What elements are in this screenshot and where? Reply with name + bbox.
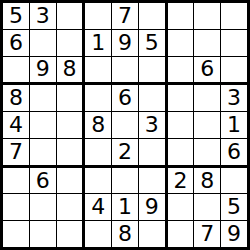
cell-r6c8[interactable] [194,139,220,165]
cell-r1c8[interactable] [194,3,220,29]
cell-r2c5[interactable]: 9 [112,30,138,56]
cell-r3c8[interactable]: 6 [194,57,220,83]
cell-r7c1[interactable] [3,168,29,194]
cell-r8c7[interactable] [168,194,194,220]
cell-r5c3[interactable] [57,112,83,138]
cell-r9c9[interactable]: 9 [221,221,247,247]
cell-r6c9[interactable]: 6 [221,139,247,165]
cell-r7c5[interactable] [112,168,138,194]
cell-r2c6[interactable]: 5 [139,30,165,56]
cell-r7c8[interactable]: 8 [194,168,220,194]
box-r1c2: 7195 [85,3,164,82]
cell-r1c1[interactable]: 5 [3,3,29,29]
cell-r8c6[interactable]: 9 [139,194,165,220]
box-r2c2: 6832 [85,85,164,164]
cell-r9c6[interactable] [139,221,165,247]
cell-r1c3[interactable] [57,3,83,29]
cell-r7c7[interactable]: 2 [168,168,194,194]
box-r3c3: 28579 [168,168,247,247]
cell-r2c2[interactable] [30,30,56,56]
cell-r6c6[interactable] [139,139,165,165]
cell-r8c9[interactable]: 5 [221,194,247,220]
cell-r1c6[interactable] [139,3,165,29]
cell-r9c4[interactable] [85,221,111,247]
cell-r8c4[interactable]: 4 [85,194,111,220]
cell-r3c7[interactable] [168,57,194,83]
cell-r8c2[interactable] [30,194,56,220]
cell-r9c1[interactable] [3,221,29,247]
cell-r2c7[interactable] [168,30,194,56]
cell-r6c5[interactable]: 2 [112,139,138,165]
box-r2c3: 316 [168,85,247,164]
box-r1c1: 53698 [3,3,82,82]
cell-r5c5[interactable] [112,112,138,138]
box-r1c3: 6 [168,3,247,82]
cell-r2c1[interactable]: 6 [3,30,29,56]
cell-r6c4[interactable] [85,139,111,165]
box-r3c2: 4198 [85,168,164,247]
cell-r9c7[interactable] [168,221,194,247]
cell-r4c6[interactable] [139,85,165,111]
cell-r4c3[interactable] [57,85,83,111]
cell-r3c2[interactable]: 9 [30,57,56,83]
cell-r7c9[interactable] [221,168,247,194]
cell-r1c5[interactable]: 7 [112,3,138,29]
cell-r4c1[interactable]: 8 [3,85,29,111]
cell-r6c2[interactable] [30,139,56,165]
cell-r5c4[interactable]: 8 [85,112,111,138]
cell-r4c9[interactable]: 3 [221,85,247,111]
cell-r8c1[interactable] [3,194,29,220]
cell-r2c8[interactable] [194,30,220,56]
cell-r5c8[interactable] [194,112,220,138]
cell-r7c2[interactable]: 6 [30,168,56,194]
cell-r1c2[interactable]: 3 [30,3,56,29]
cell-r6c1[interactable]: 7 [3,139,29,165]
cell-r8c8[interactable] [194,194,220,220]
cell-r3c9[interactable] [221,57,247,83]
cell-r6c3[interactable] [57,139,83,165]
cell-r9c8[interactable]: 7 [194,221,220,247]
box-r3c1: 6 [3,168,82,247]
cell-r4c2[interactable] [30,85,56,111]
cell-r8c3[interactable] [57,194,83,220]
cell-r8c5[interactable]: 1 [112,194,138,220]
cell-r1c7[interactable] [168,3,194,29]
cell-r5c6[interactable]: 3 [139,112,165,138]
cell-r9c5[interactable]: 8 [112,221,138,247]
cell-r3c1[interactable] [3,57,29,83]
cell-r7c3[interactable] [57,168,83,194]
cell-r3c5[interactable] [112,57,138,83]
cell-r5c9[interactable]: 1 [221,112,247,138]
cell-r2c9[interactable] [221,30,247,56]
cell-r9c2[interactable] [30,221,56,247]
cell-r5c7[interactable] [168,112,194,138]
cell-r4c7[interactable] [168,85,194,111]
cell-r3c3[interactable]: 8 [57,57,83,83]
box-r2c1: 847 [3,85,82,164]
cell-r2c3[interactable] [57,30,83,56]
cell-r1c4[interactable] [85,3,111,29]
cell-r7c4[interactable] [85,168,111,194]
cell-r5c1[interactable]: 4 [3,112,29,138]
cell-r4c8[interactable] [194,85,220,111]
cell-r2c4[interactable]: 1 [85,30,111,56]
cell-r4c5[interactable]: 6 [112,85,138,111]
cell-r4c4[interactable] [85,85,111,111]
sudoku-page: 536987195684768323166419828579 [0,0,250,250]
cell-r7c6[interactable] [139,168,165,194]
cell-r1c9[interactable] [221,3,247,29]
sudoku-board: 536987195684768323166419828579 [0,0,250,250]
cell-r9c3[interactable] [57,221,83,247]
cell-r3c4[interactable] [85,57,111,83]
cell-r6c7[interactable] [168,139,194,165]
cell-r5c2[interactable] [30,112,56,138]
cell-r3c6[interactable] [139,57,165,83]
